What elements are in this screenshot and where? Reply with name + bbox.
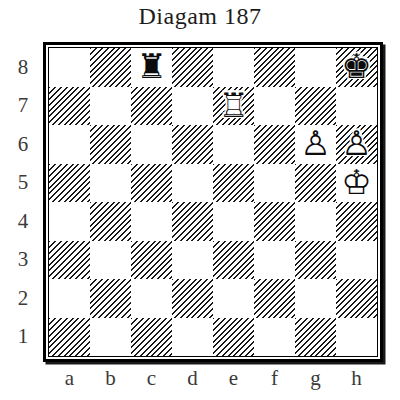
square-b7 — [90, 87, 131, 126]
rank-label-4: 4 — [12, 202, 34, 241]
square-c3 — [131, 241, 172, 280]
square-a5 — [49, 164, 90, 203]
square-a7 — [49, 87, 90, 126]
white-king-fill: ♚ — [336, 165, 377, 199]
square-e6 — [213, 125, 254, 164]
file-label-d: d — [172, 366, 213, 391]
square-h8: ♚ — [336, 48, 377, 87]
square-c2 — [131, 279, 172, 318]
square-g3 — [295, 241, 336, 280]
square-h4 — [336, 202, 377, 241]
square-a2 — [49, 279, 90, 318]
file-label-c: c — [131, 366, 172, 391]
square-e4 — [213, 202, 254, 241]
square-d3 — [172, 241, 213, 280]
square-e2 — [213, 279, 254, 318]
rank-label-8: 8 — [12, 48, 34, 87]
square-b6 — [90, 125, 131, 164]
square-a4 — [49, 202, 90, 241]
white-rook-e7: ♖ — [213, 88, 254, 122]
white-pawn-h6: ♙ — [336, 126, 377, 160]
file-labels: abcdefgh — [49, 366, 377, 391]
square-d6 — [172, 125, 213, 164]
square-a1 — [49, 318, 90, 357]
square-f3 — [254, 241, 295, 280]
square-c4 — [131, 202, 172, 241]
square-e8 — [213, 48, 254, 87]
square-c6 — [131, 125, 172, 164]
square-f5 — [254, 164, 295, 203]
square-g2 — [295, 279, 336, 318]
square-f6 — [254, 125, 295, 164]
square-h6: ♟♙ — [336, 125, 377, 164]
square-a8 — [49, 48, 90, 87]
white-king-h5: ♔ — [336, 165, 377, 199]
black-king-h8: ♚ — [336, 49, 377, 83]
file-label-f: f — [254, 366, 295, 391]
square-d2 — [172, 279, 213, 318]
square-g4 — [295, 202, 336, 241]
diagram-title: Diagam 187 — [0, 3, 400, 30]
square-c5 — [131, 164, 172, 203]
square-a6 — [49, 125, 90, 164]
square-h2 — [336, 279, 377, 318]
square-e3 — [213, 241, 254, 280]
square-c1 — [131, 318, 172, 357]
square-d5 — [172, 164, 213, 203]
square-b5 — [90, 164, 131, 203]
square-b4 — [90, 202, 131, 241]
square-f7 — [254, 87, 295, 126]
square-f1 — [254, 318, 295, 357]
rank-label-3: 3 — [12, 241, 34, 280]
file-label-g: g — [295, 366, 336, 391]
square-f4 — [254, 202, 295, 241]
rank-label-5: 5 — [12, 164, 34, 203]
square-g8 — [295, 48, 336, 87]
black-rook-c8: ♜ — [131, 49, 172, 83]
square-c8: ♜ — [131, 48, 172, 87]
square-f8 — [254, 48, 295, 87]
square-g7 — [295, 87, 336, 126]
rank-label-6: 6 — [12, 125, 34, 164]
chess-diagram-page: Diagam 187 87654321 ♜♚♜♖♟♙♟♙♚♔ abcdefgh — [0, 0, 400, 400]
rank-label-2: 2 — [12, 279, 34, 318]
square-a3 — [49, 241, 90, 280]
square-c7 — [131, 87, 172, 126]
square-d1 — [172, 318, 213, 357]
square-f2 — [254, 279, 295, 318]
rank-label-1: 1 — [12, 318, 34, 357]
square-g1 — [295, 318, 336, 357]
white-pawn-g6: ♙ — [295, 126, 336, 160]
file-label-b: b — [90, 366, 131, 391]
square-b3 — [90, 241, 131, 280]
rank-label-7: 7 — [12, 87, 34, 126]
square-h7 — [336, 87, 377, 126]
file-label-a: a — [49, 366, 90, 391]
square-g6: ♟♙ — [295, 125, 336, 164]
file-label-h: h — [336, 366, 377, 391]
white-pawn-fill: ♟ — [295, 126, 336, 160]
rank-labels: 87654321 — [12, 48, 34, 356]
square-h1 — [336, 318, 377, 357]
square-e1 — [213, 318, 254, 357]
file-label-e: e — [213, 366, 254, 391]
square-b8 — [90, 48, 131, 87]
square-e7: ♜♖ — [213, 87, 254, 126]
board: ♜♚♜♖♟♙♟♙♚♔ — [48, 47, 378, 357]
white-rook-fill: ♜ — [213, 88, 254, 122]
square-b2 — [90, 279, 131, 318]
square-b1 — [90, 318, 131, 357]
square-e5 — [213, 164, 254, 203]
board-frame: ♜♚♜♖♟♙♟♙♚♔ — [43, 42, 383, 362]
square-d8 — [172, 48, 213, 87]
square-h3 — [336, 241, 377, 280]
square-d7 — [172, 87, 213, 126]
square-g5 — [295, 164, 336, 203]
square-h5: ♚♔ — [336, 164, 377, 203]
white-pawn-fill: ♟ — [336, 126, 377, 160]
square-d4 — [172, 202, 213, 241]
